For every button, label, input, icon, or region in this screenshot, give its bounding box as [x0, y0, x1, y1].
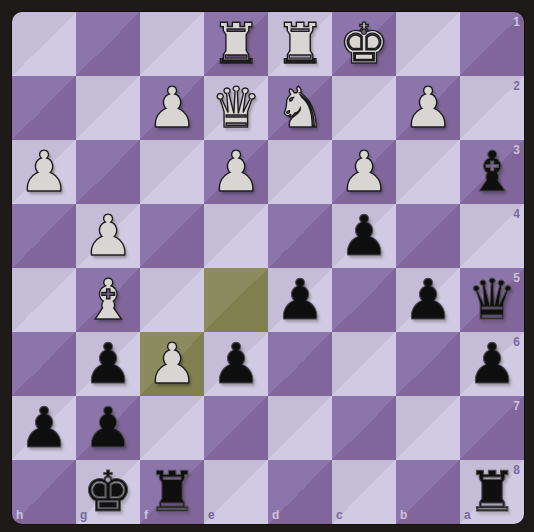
- square-h3[interactable]: ♟: [12, 140, 76, 204]
- white-pawn[interactable]: ♟: [140, 332, 204, 396]
- square-f3[interactable]: [140, 140, 204, 204]
- square-f8[interactable]: ♜f: [140, 460, 204, 524]
- square-a5[interactable]: ♛5: [460, 268, 524, 332]
- black-pawn[interactable]: ♟: [204, 332, 268, 396]
- white-pawn[interactable]: ♟: [76, 204, 140, 268]
- square-a8[interactable]: ♜8a: [460, 460, 524, 524]
- square-f5[interactable]: [140, 268, 204, 332]
- square-d8[interactable]: d: [268, 460, 332, 524]
- white-queen[interactable]: ♛: [204, 76, 268, 140]
- white-bishop[interactable]: ♝: [76, 268, 140, 332]
- square-g4[interactable]: ♟: [76, 204, 140, 268]
- black-pawn[interactable]: ♟: [76, 332, 140, 396]
- white-rook[interactable]: ♜: [268, 12, 332, 76]
- square-g7[interactable]: ♟: [76, 396, 140, 460]
- square-d7[interactable]: [268, 396, 332, 460]
- white-pawn[interactable]: ♟: [396, 76, 460, 140]
- square-e5[interactable]: [204, 268, 268, 332]
- white-rook[interactable]: ♜: [204, 12, 268, 76]
- rank-label-1: 1: [513, 15, 520, 29]
- square-c4[interactable]: ♟: [332, 204, 396, 268]
- square-a4[interactable]: 4: [460, 204, 524, 268]
- rank-label-4: 4: [513, 207, 520, 221]
- square-g1[interactable]: [76, 12, 140, 76]
- rank-label-8: 8: [513, 463, 520, 477]
- square-e4[interactable]: [204, 204, 268, 268]
- square-a7[interactable]: 7: [460, 396, 524, 460]
- square-h6[interactable]: [12, 332, 76, 396]
- square-e2[interactable]: ♛: [204, 76, 268, 140]
- square-h5[interactable]: [12, 268, 76, 332]
- square-e3[interactable]: ♟: [204, 140, 268, 204]
- square-c3[interactable]: ♟: [332, 140, 396, 204]
- square-a3[interactable]: ♝3: [460, 140, 524, 204]
- square-b6[interactable]: [396, 332, 460, 396]
- square-b4[interactable]: [396, 204, 460, 268]
- square-c1[interactable]: ♚: [332, 12, 396, 76]
- square-d6[interactable]: [268, 332, 332, 396]
- black-pawn[interactable]: ♟: [268, 268, 332, 332]
- white-pawn[interactable]: ♟: [140, 76, 204, 140]
- square-g5[interactable]: ♝: [76, 268, 140, 332]
- rank-label-5: 5: [513, 271, 520, 285]
- file-label-e: e: [208, 508, 215, 522]
- square-h2[interactable]: [12, 76, 76, 140]
- square-g6[interactable]: ♟: [76, 332, 140, 396]
- square-g8[interactable]: ♚g: [76, 460, 140, 524]
- rank-label-2: 2: [513, 79, 520, 93]
- square-h1[interactable]: [12, 12, 76, 76]
- square-a6[interactable]: ♟6: [460, 332, 524, 396]
- file-label-h: h: [16, 508, 23, 522]
- square-f6[interactable]: ♟: [140, 332, 204, 396]
- square-b1[interactable]: [396, 12, 460, 76]
- rank-label-3: 3: [513, 143, 520, 157]
- square-e8[interactable]: e: [204, 460, 268, 524]
- square-b2[interactable]: ♟: [396, 76, 460, 140]
- square-d4[interactable]: [268, 204, 332, 268]
- square-e1[interactable]: ♜: [204, 12, 268, 76]
- square-d1[interactable]: ♜: [268, 12, 332, 76]
- square-a1[interactable]: 1: [460, 12, 524, 76]
- square-c5[interactable]: [332, 268, 396, 332]
- square-b5[interactable]: ♟: [396, 268, 460, 332]
- file-label-f: f: [144, 508, 148, 522]
- square-c6[interactable]: [332, 332, 396, 396]
- file-label-b: b: [400, 508, 407, 522]
- white-pawn[interactable]: ♟: [12, 140, 76, 204]
- square-f2[interactable]: ♟: [140, 76, 204, 140]
- white-king[interactable]: ♚: [332, 12, 396, 76]
- file-label-d: d: [272, 508, 279, 522]
- square-b3[interactable]: [396, 140, 460, 204]
- white-pawn[interactable]: ♟: [204, 140, 268, 204]
- square-d5[interactable]: ♟: [268, 268, 332, 332]
- square-b8[interactable]: b: [396, 460, 460, 524]
- black-pawn[interactable]: ♟: [76, 396, 140, 460]
- square-c7[interactable]: [332, 396, 396, 460]
- square-e7[interactable]: [204, 396, 268, 460]
- square-c2[interactable]: [332, 76, 396, 140]
- file-label-g: g: [80, 508, 87, 522]
- square-g2[interactable]: [76, 76, 140, 140]
- square-d2[interactable]: ♞: [268, 76, 332, 140]
- square-g3[interactable]: [76, 140, 140, 204]
- square-d3[interactable]: [268, 140, 332, 204]
- black-pawn[interactable]: ♟: [396, 268, 460, 332]
- square-h4[interactable]: [12, 204, 76, 268]
- square-e6[interactable]: ♟: [204, 332, 268, 396]
- black-pawn[interactable]: ♟: [12, 396, 76, 460]
- square-f7[interactable]: [140, 396, 204, 460]
- rank-label-6: 6: [513, 335, 520, 349]
- rank-label-7: 7: [513, 399, 520, 413]
- file-label-a: a: [464, 508, 471, 522]
- square-a2[interactable]: 2: [460, 76, 524, 140]
- square-h8[interactable]: h: [12, 460, 76, 524]
- black-pawn[interactable]: ♟: [332, 204, 396, 268]
- square-f4[interactable]: [140, 204, 204, 268]
- file-label-c: c: [336, 508, 343, 522]
- white-pawn[interactable]: ♟: [332, 140, 396, 204]
- square-h7[interactable]: ♟: [12, 396, 76, 460]
- chess-board: ♜♜♚1♟♛♞♟2♟♟♟♝3♟♟4♝♟♟♛5♟♟♟♟6♟♟7h♚g♜fedcb♜…: [12, 12, 524, 524]
- white-knight[interactable]: ♞: [268, 76, 332, 140]
- square-b7[interactable]: [396, 396, 460, 460]
- black-rook[interactable]: ♜: [140, 460, 204, 524]
- square-f1[interactable]: [140, 12, 204, 76]
- square-c8[interactable]: c: [332, 460, 396, 524]
